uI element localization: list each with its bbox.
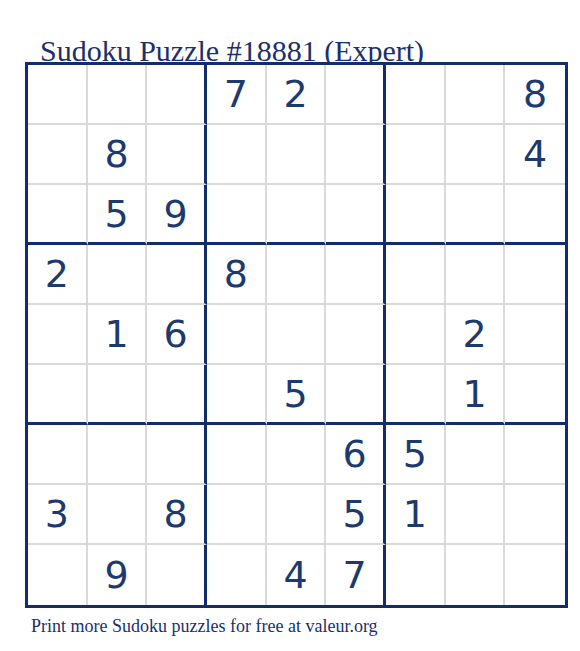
cell-r8c3[interactable]: 8 (147, 485, 207, 545)
cell-r6c9[interactable] (505, 365, 565, 425)
cell-r1c8[interactable] (446, 65, 506, 125)
cell-r9c3[interactable] (147, 545, 207, 605)
cell-r6c6[interactable] (326, 365, 386, 425)
cell-r5c7[interactable] (386, 305, 446, 365)
cell-r4c1[interactable]: 2 (28, 245, 88, 305)
cell-r5c1[interactable] (28, 305, 88, 365)
cell-r1c7[interactable] (386, 65, 446, 125)
cell-r1c5[interactable]: 2 (267, 65, 327, 125)
cell-r8c9[interactable] (505, 485, 565, 545)
cell-r1c9[interactable]: 8 (505, 65, 565, 125)
cell-r2c9[interactable]: 4 (505, 125, 565, 185)
cell-r8c5[interactable] (267, 485, 327, 545)
cell-r2c3[interactable] (147, 125, 207, 185)
cell-r1c4[interactable]: 7 (207, 65, 267, 125)
cell-r8c1[interactable]: 3 (28, 485, 88, 545)
cell-r3c2[interactable]: 5 (88, 185, 148, 245)
cell-r2c5[interactable] (267, 125, 327, 185)
cell-r3c5[interactable] (267, 185, 327, 245)
cell-r1c2[interactable] (88, 65, 148, 125)
cell-r8c7[interactable]: 1 (386, 485, 446, 545)
cell-r6c4[interactable] (207, 365, 267, 425)
cell-r8c6[interactable]: 5 (326, 485, 386, 545)
cell-r6c2[interactable] (88, 365, 148, 425)
cell-r9c2[interactable]: 9 (88, 545, 148, 605)
cell-r7c7[interactable]: 5 (386, 425, 446, 485)
cell-r9c5[interactable]: 4 (267, 545, 327, 605)
cell-r2c7[interactable] (386, 125, 446, 185)
cell-r2c1[interactable] (28, 125, 88, 185)
cell-r5c2[interactable]: 1 (88, 305, 148, 365)
cell-r4c9[interactable] (505, 245, 565, 305)
cell-r9c4[interactable] (207, 545, 267, 605)
cell-r3c1[interactable] (28, 185, 88, 245)
cell-r7c8[interactable] (446, 425, 506, 485)
cell-r4c3[interactable] (147, 245, 207, 305)
cell-r5c5[interactable] (267, 305, 327, 365)
cell-r9c9[interactable] (505, 545, 565, 605)
cell-r9c7[interactable] (386, 545, 446, 605)
cell-r9c8[interactable] (446, 545, 506, 605)
sudoku-grid: 72884592816251653851947 (25, 62, 568, 608)
cell-r5c9[interactable] (505, 305, 565, 365)
cell-r4c8[interactable] (446, 245, 506, 305)
cell-r7c1[interactable] (28, 425, 88, 485)
cell-r1c3[interactable] (147, 65, 207, 125)
cell-r6c8[interactable]: 1 (446, 365, 506, 425)
cell-r7c4[interactable] (207, 425, 267, 485)
cell-r5c3[interactable]: 6 (147, 305, 207, 365)
cell-r7c2[interactable] (88, 425, 148, 485)
cell-r8c4[interactable] (207, 485, 267, 545)
cell-r9c6[interactable]: 7 (326, 545, 386, 605)
cell-r3c4[interactable] (207, 185, 267, 245)
cell-r8c8[interactable] (446, 485, 506, 545)
cell-r7c3[interactable] (147, 425, 207, 485)
cell-r5c4[interactable] (207, 305, 267, 365)
cell-r8c2[interactable] (88, 485, 148, 545)
cell-r3c8[interactable] (446, 185, 506, 245)
cell-r4c7[interactable] (386, 245, 446, 305)
cell-r4c4[interactable]: 8 (207, 245, 267, 305)
cell-r2c4[interactable] (207, 125, 267, 185)
cell-r5c6[interactable] (326, 305, 386, 365)
cell-r4c5[interactable] (267, 245, 327, 305)
cell-r6c1[interactable] (28, 365, 88, 425)
cell-r2c6[interactable] (326, 125, 386, 185)
cell-r3c6[interactable] (326, 185, 386, 245)
cell-r7c5[interactable] (267, 425, 327, 485)
cell-r1c1[interactable] (28, 65, 88, 125)
cell-r3c7[interactable] (386, 185, 446, 245)
cell-r3c3[interactable]: 9 (147, 185, 207, 245)
footer-text: Print more Sudoku puzzles for free at va… (31, 616, 378, 637)
cell-r6c7[interactable] (386, 365, 446, 425)
cell-r1c6[interactable] (326, 65, 386, 125)
cell-r9c1[interactable] (28, 545, 88, 605)
cell-r7c6[interactable]: 6 (326, 425, 386, 485)
cell-r5c8[interactable]: 2 (446, 305, 506, 365)
cell-r4c6[interactable] (326, 245, 386, 305)
cell-r2c8[interactable] (446, 125, 506, 185)
cell-r3c9[interactable] (505, 185, 565, 245)
cell-r6c5[interactable]: 5 (267, 365, 327, 425)
cell-r2c2[interactable]: 8 (88, 125, 148, 185)
cell-r6c3[interactable] (147, 365, 207, 425)
cell-r4c2[interactable] (88, 245, 148, 305)
cell-r7c9[interactable] (505, 425, 565, 485)
